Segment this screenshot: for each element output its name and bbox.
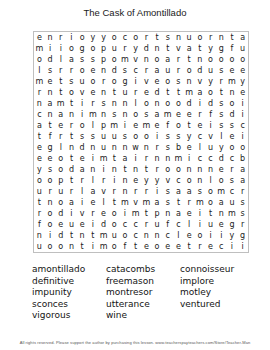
- grid-cell: s: [162, 131, 173, 142]
- grid-cell: u: [205, 142, 216, 153]
- grid-cell: n: [109, 142, 120, 153]
- grid-cell: t: [34, 131, 45, 142]
- grid-cell: v: [98, 186, 109, 197]
- grid-cell: y: [130, 43, 141, 54]
- grid-cell: s: [77, 131, 88, 142]
- grid-cell: o: [45, 175, 56, 186]
- grid-cell: d: [141, 43, 152, 54]
- grid-cell: o: [66, 43, 77, 54]
- grid-cell: n: [77, 230, 88, 241]
- grid-cell: o: [130, 32, 141, 43]
- grid-cell: g: [216, 43, 227, 54]
- grid-cell: y: [152, 175, 163, 186]
- word-list-item: utterance: [106, 299, 180, 311]
- grid-cell: i: [237, 109, 248, 120]
- grid-cell: u: [98, 142, 109, 153]
- grid-cell: e: [162, 241, 173, 252]
- grid-cell: e: [173, 109, 184, 120]
- grid-cell: n: [45, 87, 56, 98]
- grid-cell: o: [205, 87, 216, 98]
- grid-cell: i: [120, 120, 131, 131]
- grid-cell: i: [194, 208, 205, 219]
- grid-cell: t: [162, 87, 173, 98]
- grid-cell: v: [130, 197, 141, 208]
- grid-cell: l: [216, 131, 227, 142]
- grid-cell: t: [216, 87, 227, 98]
- grid-cell: s: [173, 76, 184, 87]
- grid-cell: r: [141, 219, 152, 230]
- grid-cell: o: [109, 219, 120, 230]
- grid-cell: s: [66, 76, 77, 87]
- grid-cell: c: [173, 175, 184, 186]
- grid-cell: r: [194, 241, 205, 252]
- word-list-item: montresor: [106, 287, 180, 299]
- grid-cell: s: [141, 109, 152, 120]
- grid-cell: m: [162, 109, 173, 120]
- grid-cell: i: [98, 164, 109, 175]
- grid-cell: b: [173, 142, 184, 153]
- grid-cell: n: [45, 32, 56, 43]
- grid-cell: i: [55, 43, 66, 54]
- grid-cell: i: [66, 208, 77, 219]
- grid-cell: a: [184, 43, 195, 54]
- grid-cell: l: [87, 175, 98, 186]
- grid-cell: e: [87, 87, 98, 98]
- grid-cell: u: [34, 241, 45, 252]
- grid-cell: e: [55, 120, 66, 131]
- grid-cell: e: [216, 164, 227, 175]
- word-list-item: catacombs: [106, 264, 180, 276]
- grid-cell: a: [152, 65, 163, 76]
- grid-cell: c: [130, 65, 141, 76]
- word-list: amontilladodefinitiveimpunitysconcesvigo…: [32, 264, 257, 322]
- grid-cell: t: [227, 32, 238, 43]
- grid-cell: m: [98, 241, 109, 252]
- grid-cell: a: [184, 186, 195, 197]
- grid-cell: y: [34, 164, 45, 175]
- grid-cell: t: [184, 120, 195, 131]
- grid-cell: p: [55, 175, 66, 186]
- grid-cell: r: [66, 186, 77, 197]
- grid-cell: l: [194, 142, 205, 153]
- grid-cell: n: [162, 208, 173, 219]
- grid-cell: a: [77, 164, 88, 175]
- grid-cell: y: [205, 43, 216, 54]
- grid-cell: r: [184, 197, 195, 208]
- grid-cell: r: [87, 208, 98, 219]
- grid-cell: o: [162, 164, 173, 175]
- grid-cell: e: [173, 241, 184, 252]
- grid-cell: r: [77, 175, 88, 186]
- grid-cell: y: [141, 175, 152, 186]
- grid-cell: d: [205, 98, 216, 109]
- grid-cell: l: [184, 219, 195, 230]
- grid-cell: m: [227, 76, 238, 87]
- grid-cell: n: [216, 208, 227, 219]
- grid-cell: e: [194, 120, 205, 131]
- grid-cell: i: [205, 120, 216, 131]
- grid-cell: r: [173, 54, 184, 65]
- grid-cell: n: [66, 241, 77, 252]
- grid-cell: m: [227, 208, 238, 219]
- grid-cell: i: [216, 230, 227, 241]
- grid-cell: s: [216, 120, 227, 131]
- grid-cell: o: [173, 164, 184, 175]
- grid-cell: a: [152, 109, 163, 120]
- grid-cell: i: [194, 219, 205, 230]
- grid-cell: m: [55, 98, 66, 109]
- grid-cell: t: [173, 87, 184, 98]
- grid-cell: u: [162, 65, 173, 76]
- grid-cell: u: [237, 43, 248, 54]
- grid-cell: n: [162, 153, 173, 164]
- grid-cell: i: [87, 153, 98, 164]
- grid-cell: m: [34, 76, 45, 87]
- grid-cell: g: [120, 76, 131, 87]
- grid-cell: o: [152, 241, 163, 252]
- grid-cell: e: [152, 120, 163, 131]
- grid-cell: e: [77, 219, 88, 230]
- grid-cell: w: [130, 142, 141, 153]
- grid-cell: o: [45, 219, 56, 230]
- word-list-item: sconces: [32, 299, 106, 311]
- grid-cell: t: [77, 241, 88, 252]
- grid-cell: r: [194, 109, 205, 120]
- grid-cell: g: [227, 219, 238, 230]
- grid-cell: r: [173, 65, 184, 76]
- grid-cell: s: [120, 131, 131, 142]
- grid-cell: a: [66, 197, 77, 208]
- grid-cell: n: [98, 109, 109, 120]
- grid-cell: a: [162, 54, 173, 65]
- grid-cell: t: [152, 32, 163, 43]
- grid-cell: t: [120, 164, 131, 175]
- grid-cell: s: [227, 175, 238, 186]
- grid-cell: a: [152, 197, 163, 208]
- grid-cell: n: [194, 54, 205, 65]
- grid-cell: u: [109, 43, 120, 54]
- grid-cell: m: [98, 230, 109, 241]
- grid-cell: o: [55, 241, 66, 252]
- grid-cell: u: [184, 32, 195, 43]
- grid-cell: o: [34, 175, 45, 186]
- grid-cell: a: [237, 175, 248, 186]
- grid-cell: f: [227, 43, 238, 54]
- grid-cell: u: [227, 197, 238, 208]
- grid-cell: n: [194, 164, 205, 175]
- grid-cell: s: [87, 54, 98, 65]
- grid-cell: o: [216, 175, 227, 186]
- grid-cell: o: [152, 54, 163, 65]
- grid-cell: t: [34, 197, 45, 208]
- grid-cell: m: [120, 197, 131, 208]
- grid-cell: r: [34, 208, 45, 219]
- grid-cell: i: [184, 153, 195, 164]
- grid-cell: i: [130, 153, 141, 164]
- grid-cell: r: [55, 131, 66, 142]
- grid-cell: e: [227, 131, 238, 142]
- grid-cell: d: [45, 54, 56, 65]
- grid-cell: i: [109, 175, 120, 186]
- page-title: The Cask of Amontillado: [0, 7, 270, 18]
- grid-cell: r: [87, 98, 98, 109]
- grid-cell: n: [66, 109, 77, 120]
- grid-cell: v: [77, 208, 88, 219]
- grid-cell: y: [237, 76, 248, 87]
- word-list-item: implore: [180, 276, 257, 288]
- grid-cell: c: [205, 153, 216, 164]
- grid-cell: m: [130, 208, 141, 219]
- grid-cell: e: [205, 241, 216, 252]
- grid-cell: e: [45, 153, 56, 164]
- grid-cell: l: [77, 186, 88, 197]
- grid-cell: a: [173, 208, 184, 219]
- grid-cell: s: [109, 109, 120, 120]
- grid-cell: u: [109, 131, 120, 142]
- grid-cell: r: [152, 142, 163, 153]
- grid-cell: r: [141, 65, 152, 76]
- grid-cell: r: [237, 219, 248, 230]
- grid-cell: n: [194, 175, 205, 186]
- grid-cell: n: [66, 142, 77, 153]
- word-list-column: amontilladodefinitiveimpunitysconcesvigo…: [32, 264, 106, 322]
- grid-cell: o: [55, 164, 66, 175]
- grid-cell: n: [152, 98, 163, 109]
- grid-cell: t: [45, 120, 56, 131]
- grid-cell: e: [152, 76, 163, 87]
- grid-cell: v: [130, 54, 141, 65]
- grid-cell: r: [66, 120, 77, 131]
- grid-cell: s: [87, 131, 98, 142]
- grid-cell: l: [34, 65, 45, 76]
- grid-cell: d: [55, 208, 66, 219]
- grid-cell: o: [130, 131, 141, 142]
- grid-cell: o: [173, 120, 184, 131]
- grid-cell: s: [216, 65, 227, 76]
- grid-cell: n: [141, 230, 152, 241]
- grid-cell: g: [237, 230, 248, 241]
- grid-cell: t: [194, 43, 205, 54]
- grid-cell: y: [216, 142, 227, 153]
- grid-cell: f: [162, 219, 173, 230]
- grid-cell: o: [184, 175, 195, 186]
- grid-cell: t: [141, 208, 152, 219]
- grid-cell: t: [141, 164, 152, 175]
- grid-cell: c: [173, 219, 184, 230]
- grid-cell: e: [130, 120, 141, 131]
- grid-cell: m: [120, 54, 131, 65]
- grid-cell: i: [66, 32, 77, 43]
- grid-cell: r: [130, 87, 141, 98]
- grid-cell: i: [152, 131, 163, 142]
- grid-cell: s: [216, 98, 227, 109]
- grid-cell: s: [162, 142, 173, 153]
- grid-cell: v: [141, 76, 152, 87]
- grid-cell: s: [98, 98, 109, 109]
- grid-cell: e: [216, 219, 227, 230]
- grid-cell: y: [227, 230, 238, 241]
- grid-cell: g: [77, 43, 88, 54]
- word-list-item: amontillado: [32, 264, 106, 276]
- grid-cell: f: [45, 131, 56, 142]
- letter-grid: enrioyyocortsnuorntamiiogopurydntvatygfu…: [33, 31, 249, 253]
- grid-cell: e: [98, 208, 109, 219]
- grid-cell: t: [184, 241, 195, 252]
- grid-cell: t: [184, 54, 195, 65]
- grid-cell: d: [184, 98, 195, 109]
- grid-cell: t: [109, 87, 120, 98]
- grid-cell: n: [45, 197, 56, 208]
- grid-cell: l: [205, 175, 216, 186]
- grid-cell: o: [205, 186, 216, 197]
- grid-cell: o: [34, 54, 45, 65]
- grid-cell: o: [77, 65, 88, 76]
- grid-cell: t: [66, 153, 77, 164]
- grid-cell: e: [130, 175, 141, 186]
- grid-cell: o: [141, 98, 152, 109]
- grid-cell: o: [87, 76, 98, 87]
- grid-cell: p: [98, 120, 109, 131]
- grid-cell: m: [216, 186, 227, 197]
- grid-cell: i: [205, 230, 216, 241]
- grid-cell: c: [130, 230, 141, 241]
- grid-cell: d: [152, 87, 163, 98]
- grid-cell: o: [173, 98, 184, 109]
- grid-cell: s: [120, 65, 131, 76]
- grid-cell: r: [216, 76, 227, 87]
- grid-cell: c: [120, 32, 131, 43]
- grid-cell: e: [184, 109, 195, 120]
- grid-cell: o: [109, 76, 120, 87]
- copyright-footer: All rights reserved. Please support the …: [0, 340, 270, 345]
- grid-cell: l: [55, 54, 66, 65]
- grid-cell: i: [130, 76, 141, 87]
- grid-cell: r: [55, 32, 66, 43]
- grid-cell: a: [173, 186, 184, 197]
- grid-cell: n: [152, 153, 163, 164]
- grid-cell: o: [77, 32, 88, 43]
- grid-cell: u: [205, 65, 216, 76]
- word-list-item: connoisseur: [180, 264, 257, 276]
- grid-cell: s: [162, 197, 173, 208]
- grid-cell: a: [237, 164, 248, 175]
- grid-cell: o: [55, 197, 66, 208]
- grid-cell: r: [237, 186, 248, 197]
- grid-cell: n: [184, 164, 195, 175]
- grid-cell: n: [227, 87, 238, 98]
- grid-cell: u: [152, 219, 163, 230]
- word-list-column: connoisseurimploremotleyventured: [180, 264, 257, 322]
- grid-cell: o: [109, 241, 120, 252]
- grid-cell: s: [227, 120, 238, 131]
- grid-cell: i: [237, 131, 248, 142]
- grid-cell: e: [141, 241, 152, 252]
- grid-cell: d: [66, 164, 77, 175]
- grid-cell: o: [109, 208, 120, 219]
- grid-cell: r: [205, 32, 216, 43]
- grid-cell: e: [45, 76, 56, 87]
- grid-cell: i: [87, 219, 98, 230]
- grid-cell: r: [141, 32, 152, 43]
- grid-cell: e: [141, 87, 152, 98]
- grid-cell: c: [227, 186, 238, 197]
- word-list-item: definitive: [32, 276, 106, 288]
- grid-cell: t: [66, 131, 77, 142]
- grid-cell: t: [66, 230, 77, 241]
- grid-cell: o: [141, 131, 152, 142]
- grid-cell: r: [34, 87, 45, 98]
- grid-cell: m: [194, 197, 205, 208]
- grid-cell: v: [194, 76, 205, 87]
- grid-cell: n: [34, 230, 45, 241]
- grid-cell: e: [184, 142, 195, 153]
- grid-cell: a: [55, 109, 66, 120]
- grid-cell: e: [87, 197, 98, 208]
- grid-cell: c: [130, 219, 141, 230]
- grid-cell: m: [141, 120, 152, 131]
- grid-cell: f: [34, 219, 45, 230]
- grid-cell: i: [120, 208, 131, 219]
- grid-cell: s: [237, 208, 248, 219]
- grid-cell: i: [194, 98, 205, 109]
- grid-cell: p: [98, 54, 109, 65]
- grid-cell: r: [98, 76, 109, 87]
- grid-cell: r: [152, 164, 163, 175]
- grid-cell: n: [120, 109, 131, 120]
- grid-cell: o: [237, 142, 248, 153]
- grid-cell: t: [87, 230, 98, 241]
- word-list-item: impunity: [32, 287, 106, 299]
- grid-cell: l: [55, 142, 66, 153]
- grid-cell: a: [237, 32, 248, 43]
- grid-cell: v: [77, 87, 88, 98]
- grid-cell: n: [216, 32, 227, 43]
- grid-cell: f: [205, 109, 216, 120]
- grid-cell: r: [109, 186, 120, 197]
- grid-cell: v: [173, 43, 184, 54]
- grid-cell: o: [184, 65, 195, 76]
- word-list-item: wine: [106, 310, 180, 322]
- grid-cell: r: [45, 186, 56, 197]
- grid-cell: t: [109, 197, 120, 208]
- grid-cell: t: [66, 98, 77, 109]
- grid-cell: n: [109, 164, 120, 175]
- grid-cell: n: [141, 142, 152, 153]
- grid-cell: l: [87, 120, 98, 131]
- grid-cell: o: [205, 197, 216, 208]
- grid-cell: p: [152, 208, 163, 219]
- grid-cell: s: [162, 32, 173, 43]
- grid-cell: d: [216, 153, 227, 164]
- grid-cell: r: [227, 164, 238, 175]
- grid-cell: r: [98, 175, 109, 186]
- grid-cell: n: [184, 76, 195, 87]
- grid-cell: l: [98, 197, 109, 208]
- grid-cell: o: [130, 109, 141, 120]
- word-list-item: ventured: [180, 299, 257, 311]
- grid-cell: i: [45, 43, 56, 54]
- grid-cell: p: [98, 43, 109, 54]
- grid-cell: o: [194, 230, 205, 241]
- grid-cell: a: [34, 120, 45, 131]
- grid-cell: o: [216, 54, 227, 65]
- grid-cell: d: [55, 230, 66, 241]
- grid-cell: n: [152, 43, 163, 54]
- grid-cell: d: [109, 65, 120, 76]
- grid-cell: v: [205, 131, 216, 142]
- grid-cell: o: [45, 208, 56, 219]
- grid-cell: c: [34, 109, 45, 120]
